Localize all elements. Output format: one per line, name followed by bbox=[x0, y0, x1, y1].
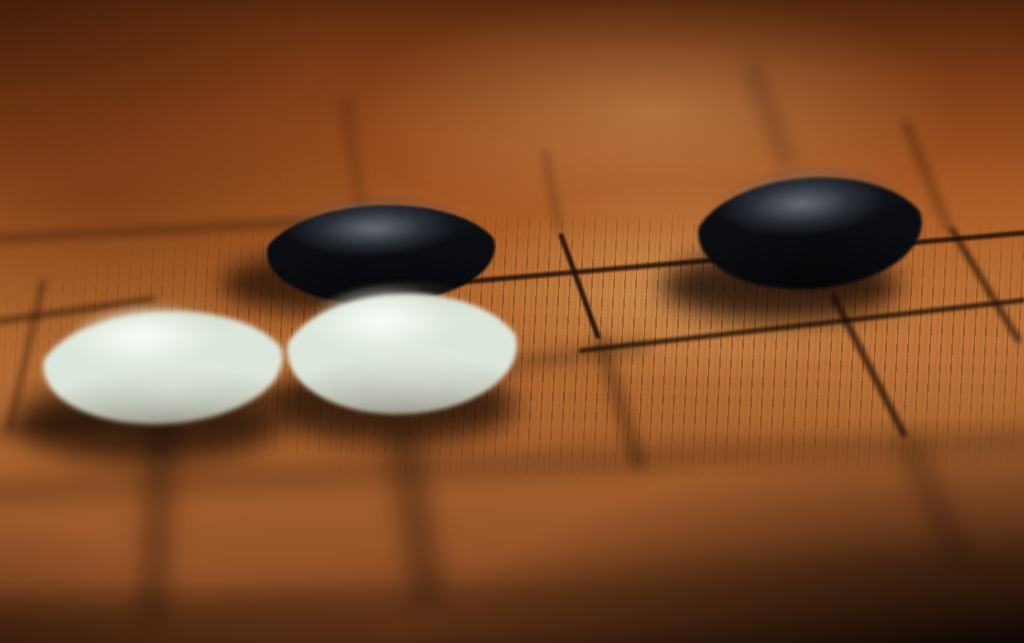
stones-layer: ●●●● bbox=[0, 0, 1024, 643]
go-board-photo: ●●●● bbox=[0, 0, 1024, 643]
